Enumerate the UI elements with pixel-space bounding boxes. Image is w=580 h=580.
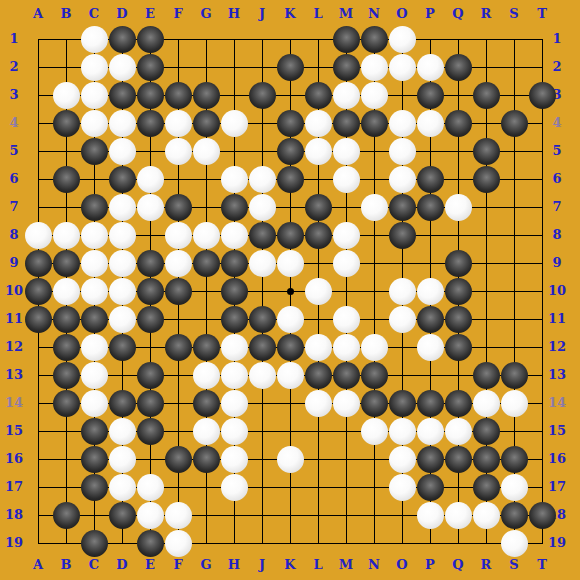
black-stone-K6 <box>277 166 304 193</box>
row-label-left: 4 <box>3 116 25 130</box>
white-stone-D16 <box>109 446 136 473</box>
black-stone-S13 <box>501 362 528 389</box>
row-label-right: 16 <box>546 452 568 466</box>
white-stone-K9 <box>277 250 304 277</box>
column-label-top: J <box>252 7 272 21</box>
white-stone-F5 <box>165 138 192 165</box>
column-label-bottom: L <box>308 558 328 572</box>
black-stone-D12 <box>109 334 136 361</box>
column-label-top: D <box>112 7 132 21</box>
row-label-left: 10 <box>3 284 25 298</box>
row-label-left: 18 <box>3 508 25 522</box>
black-stone-H7 <box>221 194 248 221</box>
black-stone-C7 <box>81 194 108 221</box>
white-stone-Q15 <box>445 418 472 445</box>
black-stone-H11 <box>221 306 248 333</box>
column-label-bottom: P <box>420 558 440 572</box>
column-label-bottom: Q <box>448 558 468 572</box>
white-stone-P15 <box>417 418 444 445</box>
column-label-top: M <box>336 7 356 21</box>
white-stone-L5 <box>305 138 332 165</box>
column-label-top: P <box>420 7 440 21</box>
black-stone-D3 <box>109 82 136 109</box>
white-stone-P4 <box>417 110 444 137</box>
black-stone-R15 <box>473 418 500 445</box>
column-label-top: G <box>196 7 216 21</box>
black-stone-L13 <box>305 362 332 389</box>
column-label-top: R <box>476 7 496 21</box>
black-stone-K12 <box>277 334 304 361</box>
black-stone-E9 <box>137 250 164 277</box>
white-stone-E17 <box>137 474 164 501</box>
black-stone-M1 <box>333 26 360 53</box>
white-stone-F4 <box>165 110 192 137</box>
black-stone-G9 <box>193 250 220 277</box>
column-label-bottom: K <box>280 558 300 572</box>
white-stone-K16 <box>277 446 304 473</box>
black-stone-E10 <box>137 278 164 305</box>
white-stone-G13 <box>193 362 220 389</box>
black-stone-O7 <box>389 194 416 221</box>
white-stone-P12 <box>417 334 444 361</box>
white-stone-Q18 <box>445 502 472 529</box>
black-stone-O8 <box>389 222 416 249</box>
white-stone-O2 <box>389 54 416 81</box>
row-label-right: 12 <box>546 340 568 354</box>
white-stone-E18 <box>137 502 164 529</box>
white-stone-H14 <box>221 390 248 417</box>
black-stone-R16 <box>473 446 500 473</box>
column-label-top: H <box>224 7 244 21</box>
black-stone-K5 <box>277 138 304 165</box>
black-stone-E3 <box>137 82 164 109</box>
black-stone-P11 <box>417 306 444 333</box>
white-stone-J7 <box>249 194 276 221</box>
row-label-right: 14 <box>546 396 568 410</box>
white-stone-N12 <box>361 334 388 361</box>
grid-line-vertical <box>542 39 543 544</box>
column-label-top: Q <box>448 7 468 21</box>
black-stone-Q4 <box>445 110 472 137</box>
white-stone-O10 <box>389 278 416 305</box>
row-label-left: 11 <box>3 312 25 326</box>
black-stone-G4 <box>193 110 220 137</box>
white-stone-J13 <box>249 362 276 389</box>
white-stone-H16 <box>221 446 248 473</box>
white-stone-N2 <box>361 54 388 81</box>
row-label-left: 6 <box>3 172 25 186</box>
white-stone-D2 <box>109 54 136 81</box>
white-stone-F18 <box>165 502 192 529</box>
white-stone-B3 <box>53 82 80 109</box>
column-label-bottom: E <box>140 558 160 572</box>
black-stone-B13 <box>53 362 80 389</box>
black-stone-R3 <box>473 82 500 109</box>
column-label-top: K <box>280 7 300 21</box>
black-stone-H9 <box>221 250 248 277</box>
black-stone-Q9 <box>445 250 472 277</box>
white-stone-R18 <box>473 502 500 529</box>
white-stone-N7 <box>361 194 388 221</box>
white-stone-D17 <box>109 474 136 501</box>
black-stone-B9 <box>53 250 80 277</box>
black-stone-K8 <box>277 222 304 249</box>
white-stone-S17 <box>501 474 528 501</box>
black-stone-E2 <box>137 54 164 81</box>
black-stone-M4 <box>333 110 360 137</box>
black-stone-C15 <box>81 418 108 445</box>
black-stone-J12 <box>249 334 276 361</box>
white-stone-O16 <box>389 446 416 473</box>
row-label-right: 19 <box>546 536 568 550</box>
row-label-left: 5 <box>3 144 25 158</box>
black-stone-D14 <box>109 390 136 417</box>
column-label-bottom: R <box>476 558 496 572</box>
column-label-top: B <box>56 7 76 21</box>
white-stone-K13 <box>277 362 304 389</box>
white-stone-F19 <box>165 530 192 557</box>
column-label-bottom: A <box>28 558 48 572</box>
column-label-bottom: M <box>336 558 356 572</box>
white-stone-M5 <box>333 138 360 165</box>
white-stone-G15 <box>193 418 220 445</box>
black-stone-B14 <box>53 390 80 417</box>
black-stone-A10 <box>25 278 52 305</box>
black-stone-Q2 <box>445 54 472 81</box>
white-stone-C2 <box>81 54 108 81</box>
black-stone-Q14 <box>445 390 472 417</box>
black-stone-R5 <box>473 138 500 165</box>
white-stone-C13 <box>81 362 108 389</box>
black-stone-A9 <box>25 250 52 277</box>
black-stone-Q10 <box>445 278 472 305</box>
white-stone-H8 <box>221 222 248 249</box>
white-stone-N3 <box>361 82 388 109</box>
column-label-bottom: C <box>84 558 104 572</box>
row-label-left: 13 <box>3 368 25 382</box>
white-stone-C8 <box>81 222 108 249</box>
column-label-top: A <box>28 7 48 21</box>
white-stone-H12 <box>221 334 248 361</box>
white-stone-O4 <box>389 110 416 137</box>
white-stone-M8 <box>333 222 360 249</box>
black-stone-P7 <box>417 194 444 221</box>
white-stone-L10 <box>305 278 332 305</box>
column-label-bottom: F <box>168 558 188 572</box>
white-stone-E6 <box>137 166 164 193</box>
black-stone-K4 <box>277 110 304 137</box>
white-stone-M12 <box>333 334 360 361</box>
black-stone-S16 <box>501 446 528 473</box>
white-stone-M9 <box>333 250 360 277</box>
white-stone-J9 <box>249 250 276 277</box>
white-stone-P2 <box>417 54 444 81</box>
black-stone-S4 <box>501 110 528 137</box>
black-stone-P17 <box>417 474 444 501</box>
row-label-right: 15 <box>546 424 568 438</box>
black-stone-S18 <box>501 502 528 529</box>
white-stone-J6 <box>249 166 276 193</box>
white-stone-P10 <box>417 278 444 305</box>
white-stone-C14 <box>81 390 108 417</box>
black-stone-G3 <box>193 82 220 109</box>
white-stone-R14 <box>473 390 500 417</box>
white-stone-O6 <box>389 166 416 193</box>
row-label-left: 3 <box>3 88 25 102</box>
white-stone-O5 <box>389 138 416 165</box>
white-stone-H15 <box>221 418 248 445</box>
black-stone-D6 <box>109 166 136 193</box>
black-stone-P16 <box>417 446 444 473</box>
row-label-right: 4 <box>546 116 568 130</box>
white-stone-P18 <box>417 502 444 529</box>
white-stone-F9 <box>165 250 192 277</box>
row-label-left: 1 <box>3 32 25 46</box>
white-stone-C12 <box>81 334 108 361</box>
white-stone-Q7 <box>445 194 472 221</box>
black-stone-J3 <box>249 82 276 109</box>
black-stone-G12 <box>193 334 220 361</box>
black-stone-N13 <box>361 362 388 389</box>
black-stone-L7 <box>305 194 332 221</box>
black-stone-E14 <box>137 390 164 417</box>
black-stone-J8 <box>249 222 276 249</box>
black-stone-G16 <box>193 446 220 473</box>
black-stone-B12 <box>53 334 80 361</box>
white-stone-C10 <box>81 278 108 305</box>
black-stone-E15 <box>137 418 164 445</box>
black-stone-B4 <box>53 110 80 137</box>
row-label-left: 7 <box>3 200 25 214</box>
row-label-right: 1 <box>546 32 568 46</box>
black-stone-B6 <box>53 166 80 193</box>
column-label-bottom: J <box>252 558 272 572</box>
white-stone-L14 <box>305 390 332 417</box>
white-stone-O15 <box>389 418 416 445</box>
black-stone-F7 <box>165 194 192 221</box>
row-label-left: 17 <box>3 480 25 494</box>
black-stone-E19 <box>137 530 164 557</box>
white-stone-D11 <box>109 306 136 333</box>
white-stone-D8 <box>109 222 136 249</box>
column-label-bottom: D <box>112 558 132 572</box>
black-stone-E4 <box>137 110 164 137</box>
white-stone-M11 <box>333 306 360 333</box>
black-stone-F10 <box>165 278 192 305</box>
row-label-right: 9 <box>546 256 568 270</box>
white-stone-S19 <box>501 530 528 557</box>
column-label-bottom: S <box>504 558 524 572</box>
white-stone-D10 <box>109 278 136 305</box>
row-label-right: 11 <box>546 312 568 326</box>
white-stone-S14 <box>501 390 528 417</box>
row-label-left: 8 <box>3 228 25 242</box>
column-label-bottom: H <box>224 558 244 572</box>
black-stone-T3 <box>529 82 556 109</box>
white-stone-H6 <box>221 166 248 193</box>
black-stone-Q11 <box>445 306 472 333</box>
white-stone-D5 <box>109 138 136 165</box>
black-stone-O14 <box>389 390 416 417</box>
black-stone-C17 <box>81 474 108 501</box>
column-label-bottom: O <box>392 558 412 572</box>
white-stone-L12 <box>305 334 332 361</box>
white-stone-D4 <box>109 110 136 137</box>
black-stone-R13 <box>473 362 500 389</box>
black-stone-C19 <box>81 530 108 557</box>
column-label-top: E <box>140 7 160 21</box>
white-stone-G8 <box>193 222 220 249</box>
column-label-top: C <box>84 7 104 21</box>
column-label-bottom: G <box>196 558 216 572</box>
black-stone-H10 <box>221 278 248 305</box>
row-label-left: 19 <box>3 536 25 550</box>
black-stone-F12 <box>165 334 192 361</box>
row-label-right: 2 <box>546 60 568 74</box>
white-stone-N15 <box>361 418 388 445</box>
white-stone-H17 <box>221 474 248 501</box>
black-stone-C16 <box>81 446 108 473</box>
black-stone-Q12 <box>445 334 472 361</box>
white-stone-B10 <box>53 278 80 305</box>
white-stone-O1 <box>389 26 416 53</box>
black-stone-C11 <box>81 306 108 333</box>
row-label-left: 9 <box>3 256 25 270</box>
black-stone-T18 <box>529 502 556 529</box>
white-stone-E7 <box>137 194 164 221</box>
black-stone-K2 <box>277 54 304 81</box>
white-stone-A8 <box>25 222 52 249</box>
black-stone-N1 <box>361 26 388 53</box>
black-stone-P6 <box>417 166 444 193</box>
white-stone-K11 <box>277 306 304 333</box>
go-board[interactable]: AABBCCDDEEFFGGHHJJKKLLMMNNOOPPQQRRSSTT11… <box>0 0 580 580</box>
column-label-top: S <box>504 7 524 21</box>
white-stone-M6 <box>333 166 360 193</box>
row-label-right: 7 <box>546 200 568 214</box>
column-label-bottom: N <box>364 558 384 572</box>
black-stone-E1 <box>137 26 164 53</box>
white-stone-D15 <box>109 418 136 445</box>
white-stone-O17 <box>389 474 416 501</box>
black-stone-D18 <box>109 502 136 529</box>
black-stone-M2 <box>333 54 360 81</box>
white-stone-H13 <box>221 362 248 389</box>
row-label-left: 12 <box>3 340 25 354</box>
black-stone-E11 <box>137 306 164 333</box>
row-label-right: 5 <box>546 144 568 158</box>
black-stone-F16 <box>165 446 192 473</box>
column-label-bottom: B <box>56 558 76 572</box>
black-stone-P3 <box>417 82 444 109</box>
row-label-right: 8 <box>546 228 568 242</box>
black-stone-R6 <box>473 166 500 193</box>
black-stone-P14 <box>417 390 444 417</box>
white-stone-G5 <box>193 138 220 165</box>
black-stone-N14 <box>361 390 388 417</box>
grid-line-horizontal <box>38 543 543 544</box>
black-stone-M13 <box>333 362 360 389</box>
white-stone-M3 <box>333 82 360 109</box>
black-stone-A11 <box>25 306 52 333</box>
white-stone-F8 <box>165 222 192 249</box>
white-stone-C1 <box>81 26 108 53</box>
black-stone-E13 <box>137 362 164 389</box>
row-label-left: 15 <box>3 424 25 438</box>
row-label-left: 14 <box>3 396 25 410</box>
column-label-top: O <box>392 7 412 21</box>
column-label-top: F <box>168 7 188 21</box>
black-stone-F3 <box>165 82 192 109</box>
white-stone-M14 <box>333 390 360 417</box>
white-stone-O11 <box>389 306 416 333</box>
black-stone-C5 <box>81 138 108 165</box>
row-label-left: 16 <box>3 452 25 466</box>
black-stone-D1 <box>109 26 136 53</box>
black-stone-L3 <box>305 82 332 109</box>
black-stone-B18 <box>53 502 80 529</box>
white-stone-C9 <box>81 250 108 277</box>
black-stone-J11 <box>249 306 276 333</box>
white-stone-L4 <box>305 110 332 137</box>
row-label-right: 13 <box>546 368 568 382</box>
column-label-top: T <box>532 7 552 21</box>
black-stone-L8 <box>305 222 332 249</box>
black-stone-B11 <box>53 306 80 333</box>
white-stone-C4 <box>81 110 108 137</box>
row-label-left: 2 <box>3 60 25 74</box>
row-label-right: 10 <box>546 284 568 298</box>
star-point <box>287 288 294 295</box>
black-stone-N4 <box>361 110 388 137</box>
black-stone-G14 <box>193 390 220 417</box>
white-stone-H4 <box>221 110 248 137</box>
white-stone-C3 <box>81 82 108 109</box>
black-stone-R17 <box>473 474 500 501</box>
row-label-right: 6 <box>546 172 568 186</box>
column-label-top: L <box>308 7 328 21</box>
white-stone-B8 <box>53 222 80 249</box>
white-stone-D7 <box>109 194 136 221</box>
row-label-right: 17 <box>546 480 568 494</box>
white-stone-D9 <box>109 250 136 277</box>
black-stone-Q16 <box>445 446 472 473</box>
column-label-top: N <box>364 7 384 21</box>
column-label-bottom: T <box>532 558 552 572</box>
